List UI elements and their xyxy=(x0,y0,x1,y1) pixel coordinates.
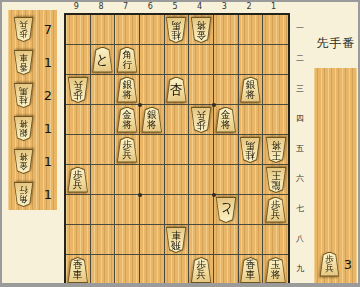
square-2-7[interactable] xyxy=(239,195,264,225)
square-4-5[interactable] xyxy=(189,135,214,165)
koma-kanji: と xyxy=(219,203,232,217)
koma-gote-lance[interactable]: 香車 xyxy=(13,50,34,75)
rank-label: 六 xyxy=(288,163,312,193)
square-6-5[interactable] xyxy=(140,135,165,165)
koma-kanji: 杏 xyxy=(170,83,183,97)
koma-gote-king[interactable]: 王将 xyxy=(265,137,287,163)
square-4-1[interactable]: 金将 xyxy=(189,15,214,45)
square-7-9[interactable] xyxy=(115,255,140,285)
square-5-2[interactable] xyxy=(165,45,190,75)
koma-kanji: 行 xyxy=(122,59,132,70)
koma-sente-pawn[interactable]: 歩兵 xyxy=(190,257,212,283)
square-3-2[interactable] xyxy=(214,45,239,75)
koma-kanji: 王 xyxy=(271,169,281,180)
koma-kanji: 兵 xyxy=(73,79,83,90)
koma-gote-silver[interactable]: 銀将 xyxy=(13,116,34,141)
sente-hand-pawn[interactable]: 歩兵3 xyxy=(316,246,355,282)
koma-gote-gold[interactable]: 金将 xyxy=(13,149,34,174)
square-1-5[interactable]: 王将 xyxy=(263,135,288,165)
hand-count: 1 xyxy=(44,121,52,136)
koma-kanji: と xyxy=(96,53,109,67)
square-9-9[interactable]: 香車 xyxy=(66,255,91,285)
koma-sente-bishop[interactable]: 角行 xyxy=(116,47,138,73)
square-2-4[interactable] xyxy=(239,105,264,135)
koma-sente-pawn[interactable]: 歩兵 xyxy=(319,252,340,277)
koma-kanji: 将 xyxy=(221,119,231,130)
koma-gote-knight[interactable]: 桂馬 xyxy=(239,137,261,163)
square-8-9[interactable] xyxy=(91,255,116,285)
koma-gote-knight[interactable]: 桂馬 xyxy=(13,83,34,108)
koma-kanji: 歩 xyxy=(19,29,28,38)
file-labels: 987654321 xyxy=(64,2,286,12)
rank-label: 九 xyxy=(288,253,312,283)
square-6-6[interactable] xyxy=(140,165,165,195)
square-4-8[interactable] xyxy=(189,225,214,255)
square-8-1[interactable] xyxy=(91,15,116,45)
koma-sente-pawn[interactable]: 歩兵 xyxy=(116,137,138,163)
square-8-5[interactable] xyxy=(91,135,116,165)
koma-kanji: 将 xyxy=(122,119,132,130)
square-1-6[interactable]: 龍王 xyxy=(263,165,288,195)
square-5-7[interactable] xyxy=(165,195,190,225)
square-1-9[interactable]: 玉将 xyxy=(263,255,288,285)
hand-count: 1 xyxy=(44,55,52,70)
square-9-4[interactable] xyxy=(66,105,91,135)
hand-count: 7 xyxy=(44,22,52,37)
koma-kanji: 将 xyxy=(122,89,132,100)
koma-gote-pawn[interactable]: 歩兵 xyxy=(13,17,34,42)
rank-label: 四 xyxy=(288,103,312,133)
koma-kanji: 兵 xyxy=(122,149,132,160)
shogi-diagram-frame: 987654321 桂馬金将と角行歩兵銀将杏銀将金将銀将歩兵金将歩兵桂馬王将歩兵… xyxy=(0,0,360,287)
koma-kanji: 角 xyxy=(19,194,28,203)
koma-gote-rook[interactable]: 飛車 xyxy=(165,227,187,253)
rank-label: 五 xyxy=(288,133,312,163)
file-label: 8 xyxy=(89,2,114,12)
koma-kanji: 兵 xyxy=(19,20,28,29)
square-1-3[interactable] xyxy=(263,75,288,105)
gote-hand-silver[interactable]: 銀将1 xyxy=(10,112,55,145)
square-6-8[interactable] xyxy=(140,225,165,255)
hand-count: 1 xyxy=(44,187,52,202)
koma-kanji: 銀 xyxy=(19,128,28,137)
gote-hand-bishop[interactable]: 角行1 xyxy=(10,178,55,211)
square-3-5[interactable] xyxy=(214,135,239,165)
square-4-3[interactable] xyxy=(189,75,214,105)
square-5-8[interactable]: 飛車 xyxy=(165,225,190,255)
square-1-2[interactable] xyxy=(263,45,288,75)
koma-kanji: 桂 xyxy=(19,95,28,104)
turn-indicator: 先手番 xyxy=(310,35,360,52)
koma-sente-promoted-lance[interactable]: 杏 xyxy=(165,77,187,103)
square-6-7[interactable] xyxy=(140,195,165,225)
koma-kanji: 馬 xyxy=(19,86,28,95)
koma-kanji: 兵 xyxy=(271,209,281,220)
file-label: 2 xyxy=(237,2,262,12)
file-label: 7 xyxy=(113,2,138,12)
koma-sente-gold[interactable]: 金将 xyxy=(116,107,138,133)
rank-label: 一 xyxy=(288,13,312,43)
square-6-3[interactable] xyxy=(140,75,165,105)
square-9-5[interactable] xyxy=(66,135,91,165)
square-8-3[interactable] xyxy=(91,75,116,105)
square-5-1[interactable]: 桂馬 xyxy=(165,15,190,45)
koma-kanji: 将 xyxy=(19,152,28,161)
koma-kanji: 馬 xyxy=(172,19,182,30)
koma-sente-gold[interactable]: 金将 xyxy=(215,107,237,133)
square-1-1[interactable] xyxy=(263,15,288,45)
square-2-3[interactable]: 銀将 xyxy=(239,75,264,105)
koma-sente-tokin[interactable]: と xyxy=(91,47,113,73)
square-7-2[interactable]: 角行 xyxy=(115,45,140,75)
shogi-board: 桂馬金将と角行歩兵銀将杏銀将金将銀将歩兵金将歩兵桂馬王将歩兵龍王と歩兵飛車香車歩… xyxy=(64,13,290,287)
koma-sente-silver[interactable]: 銀将 xyxy=(141,107,163,133)
square-7-7[interactable] xyxy=(115,195,140,225)
square-7-8[interactable] xyxy=(115,225,140,255)
hand-count: 3 xyxy=(344,257,352,272)
square-7-6[interactable] xyxy=(115,165,140,195)
square-6-1[interactable] xyxy=(140,15,165,45)
file-label: 9 xyxy=(64,2,89,12)
koma-gote-gold[interactable]: 金将 xyxy=(190,17,212,43)
square-8-6[interactable] xyxy=(91,165,116,195)
square-2-1[interactable] xyxy=(239,15,264,45)
koma-kanji: 将 xyxy=(271,270,281,281)
koma-kanji: 兵 xyxy=(73,179,83,190)
square-8-8[interactable] xyxy=(91,225,116,255)
koma-kanji: 行 xyxy=(19,185,28,194)
koma-sente-pawn[interactable]: 歩兵 xyxy=(265,197,287,223)
square-3-8[interactable] xyxy=(214,225,239,255)
square-7-5[interactable]: 歩兵 xyxy=(115,135,140,165)
square-5-6[interactable] xyxy=(165,165,190,195)
square-5-5[interactable] xyxy=(165,135,190,165)
square-7-4[interactable]: 金将 xyxy=(115,105,140,135)
square-2-8[interactable] xyxy=(239,225,264,255)
square-3-1[interactable] xyxy=(214,15,239,45)
koma-kanji: 車 xyxy=(172,229,182,240)
koma-kanji: 車 xyxy=(73,270,83,281)
koma-kanji: 金 xyxy=(19,161,28,170)
square-1-8[interactable] xyxy=(263,225,288,255)
file-label: 5 xyxy=(163,2,188,12)
square-1-7[interactable]: 歩兵 xyxy=(263,195,288,225)
square-7-3[interactable]: 銀将 xyxy=(115,75,140,105)
rank-labels: 一二三四五六七八九 xyxy=(288,13,312,283)
koma-gote-tokin[interactable]: と xyxy=(215,197,237,223)
file-label: 3 xyxy=(212,2,237,12)
koma-gote-knight[interactable]: 桂馬 xyxy=(165,17,187,43)
square-2-2[interactable] xyxy=(239,45,264,75)
koma-sente-lance[interactable]: 香車 xyxy=(239,257,261,283)
hoshi-dot xyxy=(138,103,142,107)
square-1-4[interactable] xyxy=(263,105,288,135)
square-2-6[interactable] xyxy=(239,165,264,195)
square-9-1[interactable] xyxy=(66,15,91,45)
square-9-6[interactable]: 歩兵 xyxy=(66,165,91,195)
koma-kanji: 将 xyxy=(196,19,206,30)
koma-kanji: 将 xyxy=(19,119,28,128)
square-6-2[interactable] xyxy=(140,45,165,75)
square-2-9[interactable]: 香車 xyxy=(239,255,264,285)
rank-label: 二 xyxy=(288,43,312,73)
square-9-7[interactable] xyxy=(66,195,91,225)
koma-gote-bishop[interactable]: 角行 xyxy=(13,182,34,207)
square-8-4[interactable] xyxy=(91,105,116,135)
square-3-6[interactable] xyxy=(214,165,239,195)
square-9-2[interactable] xyxy=(66,45,91,75)
square-4-6[interactable] xyxy=(189,165,214,195)
square-4-7[interactable] xyxy=(189,195,214,225)
hoshi-dot xyxy=(138,193,142,197)
file-label: 6 xyxy=(138,2,163,12)
koma-kanji: 馬 xyxy=(246,139,256,150)
square-8-2[interactable]: と xyxy=(91,45,116,75)
koma-kanji: 将 xyxy=(246,89,256,100)
square-6-4[interactable]: 銀将 xyxy=(140,105,165,135)
square-8-7[interactable] xyxy=(91,195,116,225)
koma-kanji: 兵 xyxy=(325,264,334,273)
square-5-9[interactable] xyxy=(165,255,190,285)
rank-label: 三 xyxy=(288,73,312,103)
koma-kanji: 車 xyxy=(246,270,256,281)
koma-gote-pawn[interactable]: 歩兵 xyxy=(67,77,89,103)
square-7-1[interactable] xyxy=(115,15,140,45)
koma-sente-king[interactable]: 玉将 xyxy=(265,257,287,283)
koma-sente-pawn[interactable]: 歩兵 xyxy=(67,167,89,193)
square-9-3[interactable]: 歩兵 xyxy=(66,75,91,105)
square-5-3[interactable]: 杏 xyxy=(165,75,190,105)
square-4-9[interactable]: 歩兵 xyxy=(189,255,214,285)
file-label: 1 xyxy=(261,2,286,12)
koma-kanji: 将 xyxy=(147,119,157,130)
gote-hand-pawn[interactable]: 歩兵7 xyxy=(10,13,55,46)
sente-hand-stand: 歩兵3 xyxy=(314,68,357,285)
gote-hand-gold[interactable]: 金将1 xyxy=(10,145,55,178)
rank-label: 七 xyxy=(288,193,312,223)
koma-sente-silver[interactable]: 銀将 xyxy=(239,77,261,103)
square-9-8[interactable] xyxy=(66,225,91,255)
square-4-2[interactable] xyxy=(189,45,214,75)
gote-hand-stand: 歩兵7香車1桂馬2銀将1金将1角行1 xyxy=(8,10,57,210)
square-6-9[interactable] xyxy=(140,255,165,285)
square-5-4[interactable] xyxy=(165,105,190,135)
hand-count: 1 xyxy=(44,154,52,169)
square-2-5[interactable]: 桂馬 xyxy=(239,135,264,165)
square-3-3[interactable] xyxy=(214,75,239,105)
hand-count: 2 xyxy=(44,88,52,103)
koma-gote-pawn[interactable]: 歩兵 xyxy=(190,107,212,133)
rank-label: 八 xyxy=(288,223,312,253)
koma-kanji: 兵 xyxy=(196,270,206,281)
koma-kanji: 兵 xyxy=(196,109,206,120)
koma-gote-dragon[interactable]: 龍王 xyxy=(265,167,287,193)
koma-kanji: 車 xyxy=(19,53,28,62)
koma-sente-silver[interactable]: 銀将 xyxy=(116,77,138,103)
koma-sente-lance[interactable]: 香車 xyxy=(67,257,89,283)
square-4-4[interactable]: 歩兵 xyxy=(189,105,214,135)
koma-kanji: 将 xyxy=(271,139,281,150)
hoshi-dot xyxy=(212,103,216,107)
square-3-4[interactable]: 金将 xyxy=(214,105,239,135)
square-3-9[interactable] xyxy=(214,255,239,285)
gote-hand-lance[interactable]: 香車1 xyxy=(10,46,55,79)
square-3-7[interactable]: と xyxy=(214,195,239,225)
gote-hand-knight[interactable]: 桂馬2 xyxy=(10,79,55,112)
hoshi-dot xyxy=(212,193,216,197)
file-label: 4 xyxy=(187,2,212,12)
koma-kanji: 香 xyxy=(19,62,28,71)
